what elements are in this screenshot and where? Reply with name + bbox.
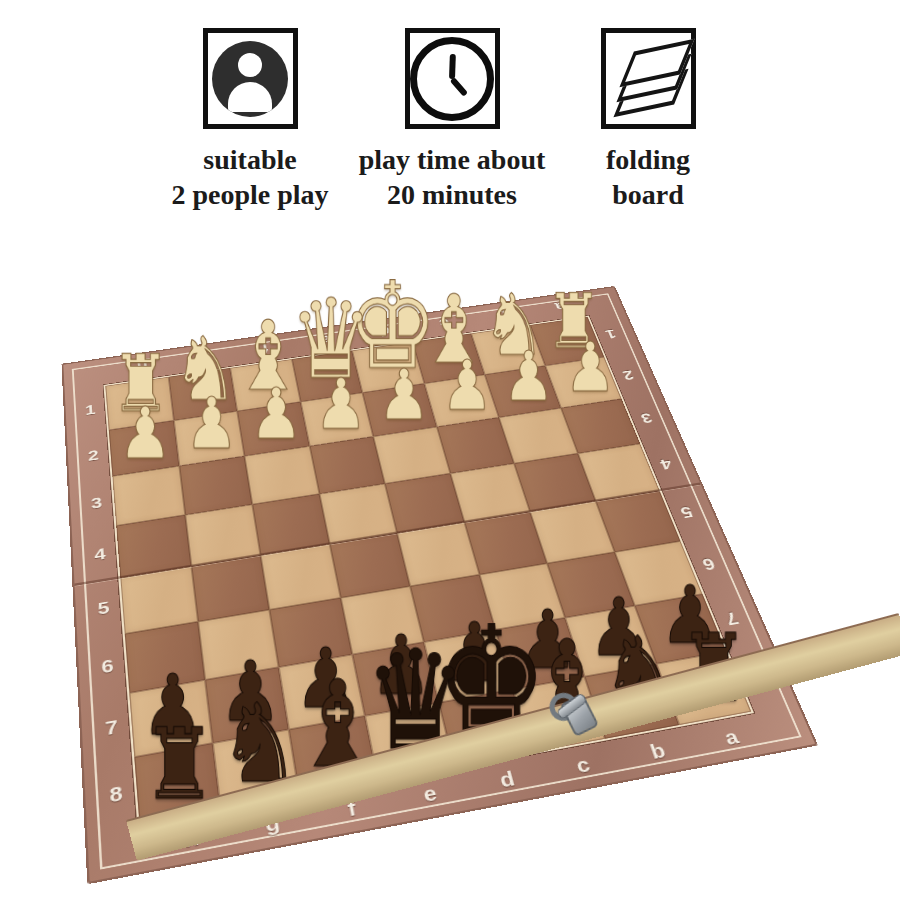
white-pawn: ♟ [119,397,173,468]
rank-label-left-2: 2 [80,445,106,465]
folding-board-icon [601,28,696,129]
rank-label-left-6: 6 [93,653,123,679]
white-pawn: ♟ [503,342,555,411]
rank-label-left-4: 4 [86,543,114,566]
white-pawn: ♟ [441,351,493,420]
square-a4 [577,443,659,501]
rank-label-right-3: 3 [632,409,662,428]
white-pawn: ♟ [314,369,367,439]
rank-label-right-4: 4 [651,454,682,474]
rank-label-left-1: 1 [78,400,103,419]
clock-face [410,37,494,121]
square-g2: ♟ [173,411,244,466]
feature-folding-line2: board [548,177,748,212]
product-photo-page: suitable 2 people play play time about 2… [0,0,900,900]
rank-label-left-7: 7 [96,714,127,742]
file-label-bottom-d: d [489,765,524,794]
feature-folding-line1: folding [548,142,748,177]
stacked-sheets [612,39,685,118]
rank-label-left-5: 5 [89,596,118,620]
clock-icon [405,28,500,129]
rank-label-right-5: 5 [671,502,703,524]
clock-hour-hand [450,77,468,97]
rank-label-left-8: 8 [100,779,132,809]
feature-play-time: play time about 20 minutes [344,28,560,212]
feature-row: suitable 2 people play play time about 2… [0,28,900,223]
file-label-bottom-c: c [565,751,601,780]
person-body [228,82,272,112]
square-e3 [309,437,385,494]
square-f2: ♟ [237,402,309,457]
feature-players-line2: 2 people play [146,177,354,212]
feature-time-line2: 20 minutes [344,177,560,212]
feature-players: suitable 2 people play [146,28,354,212]
person-head [238,53,262,77]
white-pawn: ♟ [378,360,430,429]
white-pawn: ♟ [250,378,303,448]
person-silhouette [212,41,288,117]
white-pawn: ♟ [185,388,238,459]
square-b2: ♟ [485,365,561,417]
feature-folding: folding board [548,28,748,212]
square-h2: ♟ [109,420,179,476]
file-label-bottom-b: b [640,737,676,765]
white-pawn: ♟ [564,333,615,401]
rank-label-left-3: 3 [83,492,110,513]
chess-board-scene: ♜♞♝♛♚♝♞♜♟♟♟♟♟♟♟♟♟♟♟♟♟♟♟♟♜♞♝♛♚♝♞♜ 1234567… [0,240,900,900]
board-frame: ♜♞♝♛♚♝♞♜♟♟♟♟♟♟♟♟♟♟♟♟♟♟♟♟♜♞♝♛♚♝♞♜ 1234567… [61,286,818,884]
square-e2: ♟ [300,392,373,446]
two-players-icon [203,28,298,129]
feature-time-line1: play time about [344,142,560,177]
square-d2: ♟ [362,383,436,436]
square-c4 [450,463,530,522]
chess-board: ♜♞♝♛♚♝♞♜♟♟♟♟♟♟♟♟♟♟♟♟♟♟♟♟♜♞♝♛♚♝♞♜ 1234567… [61,286,818,884]
feature-players-line1: suitable [146,142,354,177]
clock-minute-hand [449,53,456,78]
file-label-bottom-a: a [713,723,750,751]
rank-label-right-2: 2 [614,366,643,384]
